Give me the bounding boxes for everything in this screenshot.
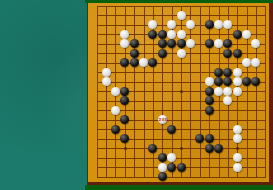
black-stone [167, 163, 176, 172]
black-stone [223, 77, 232, 86]
black-stone [158, 30, 167, 39]
white-stone [186, 20, 195, 29]
white-stone [233, 125, 242, 134]
black-stone [205, 106, 214, 115]
white-stone [251, 58, 260, 67]
grid-line-vertical [200, 6, 201, 178]
black-stone [214, 77, 223, 86]
white-stone [158, 115, 167, 124]
white-stone [120, 39, 129, 48]
white-stone [167, 30, 176, 39]
black-stone [214, 68, 223, 77]
white-stone [233, 163, 242, 172]
app-window: 233 [0, 0, 273, 190]
black-stone [177, 163, 186, 172]
black-stone [167, 39, 176, 48]
grid-line-vertical [256, 6, 257, 178]
black-stone [148, 144, 157, 153]
black-stone [205, 20, 214, 29]
white-stone [111, 87, 120, 96]
black-stone [158, 172, 167, 181]
black-stone [233, 30, 242, 39]
white-stone [167, 153, 176, 162]
white-stone [214, 20, 223, 29]
black-stone [120, 115, 129, 124]
white-stone [177, 30, 186, 39]
black-stone [130, 49, 139, 58]
black-stone [223, 39, 232, 48]
white-stone [233, 134, 242, 143]
white-stone [233, 77, 242, 86]
black-stone [158, 39, 167, 48]
black-stone [148, 30, 157, 39]
black-stone [223, 68, 232, 77]
white-stone [102, 68, 111, 77]
black-stone [120, 87, 129, 96]
grid-line-horizontal [97, 110, 267, 111]
white-stone [214, 87, 223, 96]
black-stone [120, 96, 129, 105]
star-point [124, 147, 127, 150]
white-stone [158, 163, 167, 172]
black-stone [205, 134, 214, 143]
black-stone [130, 39, 139, 48]
white-stone [102, 77, 111, 86]
white-stone [223, 96, 232, 105]
white-stone [242, 58, 251, 67]
black-stone [223, 49, 232, 58]
white-stone [148, 20, 157, 29]
white-stone [111, 106, 120, 115]
black-stone [120, 58, 129, 67]
grid-line-vertical [190, 6, 191, 178]
white-stone [251, 39, 260, 48]
black-stone [130, 58, 139, 67]
star-point [180, 147, 183, 150]
white-stone [233, 68, 242, 77]
black-stone [177, 39, 186, 48]
white-stone [177, 11, 186, 20]
grid-line-vertical [265, 6, 266, 178]
black-stone [251, 77, 260, 86]
white-stone [214, 39, 223, 48]
white-stone [233, 153, 242, 162]
white-stone [223, 87, 232, 96]
black-stone [158, 49, 167, 58]
white-stone [139, 58, 148, 67]
white-stone [177, 49, 186, 58]
black-stone [214, 144, 223, 153]
window-chrome-strip-bottom [85, 185, 273, 190]
white-stone [205, 77, 214, 86]
grid-line-horizontal [97, 177, 267, 178]
white-stone [167, 20, 176, 29]
black-stone [120, 134, 129, 143]
black-stone [205, 39, 214, 48]
white-stone [233, 87, 242, 96]
star-point [236, 147, 239, 150]
white-stone [223, 20, 232, 29]
black-stone [205, 87, 214, 96]
black-stone [148, 58, 157, 67]
black-stone [242, 77, 251, 86]
black-stone [195, 134, 204, 143]
white-stone [242, 30, 251, 39]
black-stone [205, 96, 214, 105]
go-board[interactable]: 233 [87, 3, 273, 185]
black-stone [233, 49, 242, 58]
black-stone [167, 125, 176, 134]
black-stone [158, 153, 167, 162]
white-stone [186, 39, 195, 48]
star-point [180, 90, 183, 93]
black-stone [205, 144, 214, 153]
white-stone [120, 30, 129, 39]
black-stone [111, 125, 120, 134]
